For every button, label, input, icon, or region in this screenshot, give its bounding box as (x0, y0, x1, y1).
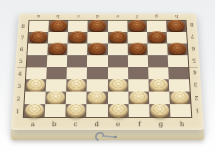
rank-label-4-right: 4 (189, 67, 200, 79)
dark-checker-d8[interactable] (89, 20, 107, 31)
square-b1[interactable] (45, 104, 66, 117)
square-h1[interactable] (170, 104, 192, 117)
dark-checker-c7[interactable] (69, 32, 87, 43)
square-d7[interactable] (88, 32, 108, 44)
rank-label-8-right: 8 (186, 20, 197, 32)
square-d1[interactable] (87, 104, 108, 117)
square-a6[interactable] (27, 43, 48, 55)
rank-label-6-right: 6 (188, 43, 199, 55)
rank-label-7-left: 7 (17, 31, 28, 43)
square-c2[interactable] (66, 92, 87, 105)
square-h4[interactable] (168, 67, 189, 79)
square-a2[interactable] (25, 92, 46, 105)
rank-label-5-left: 5 (15, 55, 26, 67)
rank-label-4-left: 4 (14, 67, 25, 79)
light-checker-e3[interactable] (109, 79, 127, 90)
square-d3[interactable] (87, 79, 108, 91)
square-b8[interactable] (48, 21, 68, 32)
dark-checker-h8[interactable] (167, 20, 185, 31)
square-g5[interactable] (148, 55, 169, 67)
square-d5[interactable] (87, 55, 107, 67)
square-c4[interactable] (67, 67, 88, 79)
square-c1[interactable] (66, 104, 87, 117)
square-f5[interactable] (128, 55, 148, 67)
rank-label-1-left: 1 (12, 105, 24, 118)
dark-checker-h6[interactable] (168, 43, 186, 54)
light-checker-g1[interactable] (150, 104, 169, 116)
square-d2[interactable] (87, 92, 108, 105)
square-f6[interactable] (127, 43, 147, 55)
square-g2[interactable] (149, 92, 170, 105)
board-perspective-wrap: abcdefgh abcdefgh 87654321 87654321 (11, 13, 204, 130)
square-b6[interactable] (47, 43, 67, 55)
photo-scene: abcdefgh abcdefgh 87654321 87654321 (0, 0, 215, 156)
square-h8[interactable] (166, 21, 186, 32)
square-e6[interactable] (108, 43, 128, 55)
square-a3[interactable] (25, 79, 46, 91)
square-e3[interactable] (108, 79, 129, 91)
square-a5[interactable] (27, 55, 48, 67)
square-b3[interactable] (46, 79, 67, 91)
square-b4[interactable] (46, 67, 67, 79)
square-e4[interactable] (108, 67, 128, 79)
light-checker-g3[interactable] (149, 79, 168, 90)
light-checker-e1[interactable] (109, 104, 128, 116)
light-checker-c3[interactable] (67, 79, 86, 90)
square-f7[interactable] (127, 32, 147, 44)
file-label-d-bottom: d (86, 118, 107, 130)
square-e2[interactable] (108, 92, 129, 105)
square-a7[interactable] (28, 32, 48, 44)
square-c5[interactable] (67, 55, 87, 67)
square-c3[interactable] (66, 79, 87, 91)
square-h5[interactable] (168, 55, 189, 67)
square-a4[interactable] (26, 67, 47, 79)
light-checker-f2[interactable] (129, 91, 148, 103)
square-g8[interactable] (147, 21, 167, 32)
square-c6[interactable] (67, 43, 87, 55)
dark-checker-b6[interactable] (49, 43, 67, 54)
square-a8[interactable] (29, 21, 49, 32)
square-c8[interactable] (68, 21, 88, 32)
rank-label-3-left: 3 (14, 79, 25, 92)
file-label-e-bottom: e (108, 118, 129, 130)
dark-checker-b8[interactable] (50, 20, 68, 31)
square-h6[interactable] (167, 43, 188, 55)
light-checker-b2[interactable] (46, 91, 65, 103)
square-h2[interactable] (169, 92, 190, 105)
rank-label-7-right: 7 (187, 31, 198, 43)
square-h7[interactable] (167, 32, 187, 44)
square-f8[interactable] (127, 21, 147, 32)
square-d4[interactable] (87, 67, 107, 79)
light-checker-a1[interactable] (25, 104, 44, 116)
rank-label-6-left: 6 (16, 43, 27, 55)
square-f1[interactable] (128, 104, 149, 117)
light-checker-a3[interactable] (26, 79, 45, 90)
dark-checker-d6[interactable] (89, 43, 107, 54)
file-labels-bottom: abcdefgh (22, 118, 193, 130)
file-label-h-bottom: h (171, 118, 193, 130)
dark-checker-f6[interactable] (128, 43, 146, 54)
square-d8[interactable] (88, 21, 108, 32)
square-h3[interactable] (169, 79, 190, 91)
dark-checker-a7[interactable] (29, 32, 47, 43)
dark-checker-g7[interactable] (148, 32, 166, 43)
square-g7[interactable] (147, 32, 167, 44)
square-g6[interactable] (147, 43, 167, 55)
file-label-f-bottom: f (129, 118, 151, 130)
file-label-a-bottom: a (22, 118, 44, 130)
metal-clasp-icon (93, 130, 119, 143)
file-label-b-bottom: b (43, 118, 65, 130)
square-g3[interactable] (148, 79, 169, 91)
dark-checker-f8[interactable] (128, 20, 146, 31)
square-c7[interactable] (68, 32, 88, 44)
rank-label-8-left: 8 (18, 20, 29, 32)
light-checker-h2[interactable] (170, 91, 189, 103)
square-f2[interactable] (128, 92, 149, 105)
light-checker-c1[interactable] (67, 104, 86, 116)
rank-label-2-right: 2 (191, 92, 203, 105)
square-g4[interactable] (148, 67, 169, 79)
square-b2[interactable] (45, 92, 66, 105)
square-a1[interactable] (24, 104, 46, 117)
file-label-c-bottom: c (65, 118, 87, 130)
rank-label-5-right: 5 (189, 55, 200, 67)
square-f3[interactable] (128, 79, 149, 91)
square-f4[interactable] (128, 67, 149, 79)
square-e8[interactable] (108, 21, 128, 32)
square-e1[interactable] (108, 104, 129, 117)
square-b5[interactable] (47, 55, 68, 67)
dark-checker-e7[interactable] (108, 32, 126, 43)
rank-label-2-left: 2 (13, 92, 25, 105)
checkers-board: abcdefgh abcdefgh 87654321 87654321 (11, 13, 204, 130)
light-checker-d2[interactable] (88, 91, 107, 103)
square-e5[interactable] (108, 55, 128, 67)
square-e7[interactable] (108, 32, 128, 44)
rank-label-1-right: 1 (191, 105, 203, 118)
board-grid (23, 20, 193, 118)
square-g1[interactable] (149, 104, 170, 117)
square-d6[interactable] (87, 43, 107, 55)
rank-label-3-right: 3 (190, 79, 201, 92)
file-label-g-bottom: g (150, 118, 172, 130)
square-b7[interactable] (48, 32, 68, 44)
